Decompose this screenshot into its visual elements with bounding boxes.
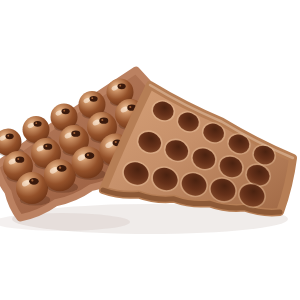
dome-dimple-glint <box>73 132 75 134</box>
product-photo <box>0 0 300 300</box>
dome-dimple <box>62 108 70 114</box>
dome-dimple-glint <box>59 167 61 169</box>
dome-dimple-glint <box>45 145 47 147</box>
dome-dimple-glint <box>7 135 9 137</box>
chocolate-dome <box>44 159 76 191</box>
dome-dimple-glint <box>63 110 65 112</box>
dome-dimple-glint <box>119 85 121 87</box>
chocolate-dome <box>16 172 48 204</box>
dome-dimple <box>43 144 52 150</box>
dome-dimple-glint <box>129 106 131 108</box>
dome-dimple-glint <box>17 158 19 160</box>
dome-dimple <box>71 131 80 137</box>
dome-dimple <box>29 178 39 185</box>
dome-dimple-glint <box>115 141 117 143</box>
dome-dimple <box>15 157 24 163</box>
dome-dimple <box>118 83 126 89</box>
chocolate-mold-scene <box>0 0 300 300</box>
dome-dimple-glint <box>87 154 89 156</box>
dome-dimple <box>90 96 98 102</box>
dome-dimple-glint <box>101 119 103 121</box>
dome-dimple <box>6 133 14 139</box>
dome-dimple-glint <box>31 179 33 181</box>
dome-dimple-glint <box>91 97 93 99</box>
dome-dimple <box>57 165 67 172</box>
chocolate-dome <box>72 146 104 178</box>
dome-dimple <box>34 121 42 127</box>
dome-dimple-glint <box>35 122 37 124</box>
dome-dimple <box>99 118 108 124</box>
dome-dimple <box>85 152 95 159</box>
